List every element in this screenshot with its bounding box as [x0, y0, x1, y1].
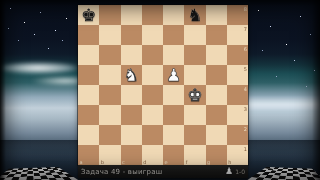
result-label: 1-0 [235, 168, 245, 175]
square-f1[interactable]: f [184, 145, 205, 165]
square-b2[interactable] [99, 125, 120, 145]
square-d6[interactable] [142, 45, 163, 65]
square-h6[interactable]: 6 [227, 45, 248, 65]
square-b6[interactable] [99, 45, 120, 65]
rank-label-7: 7 [244, 26, 247, 32]
square-a2[interactable] [78, 125, 99, 145]
rank-label-1: 1 [244, 146, 247, 152]
square-f2[interactable] [184, 125, 205, 145]
white-pawn-icon: ♟ [225, 167, 233, 176]
board-grid: ♚♞876♞♟5♚432abcdefgh1 [78, 5, 248, 165]
square-c8[interactable] [121, 5, 142, 25]
stars-decoration [0, 0, 1, 1]
rank-label-5: 5 [244, 66, 247, 72]
square-a5[interactable] [78, 65, 99, 85]
square-g6[interactable] [206, 45, 227, 65]
square-f8[interactable]: ♞ [184, 5, 205, 25]
rank-label-4: 4 [244, 86, 247, 92]
square-g3[interactable] [206, 105, 227, 125]
square-a8[interactable]: ♚ [78, 5, 99, 25]
rank-label-8: 8 [244, 6, 247, 12]
piece-white-knight[interactable]: ♞ [124, 65, 139, 85]
square-c5[interactable]: ♞ [121, 65, 142, 85]
square-c1[interactable]: c [121, 145, 142, 165]
square-e1[interactable]: e [163, 145, 184, 165]
square-b8[interactable] [99, 5, 120, 25]
scene: ♚♞876♞♟5♚432abcdefgh1 Задача 49 - выигра… [0, 0, 320, 180]
square-g2[interactable] [206, 125, 227, 145]
piece-white-pawn[interactable]: ♟ [166, 65, 181, 85]
piece-black-knight[interactable]: ♞ [187, 5, 202, 25]
square-d3[interactable] [142, 105, 163, 125]
square-d2[interactable] [142, 125, 163, 145]
square-e8[interactable] [163, 5, 184, 25]
square-c7[interactable] [121, 25, 142, 45]
square-c2[interactable] [121, 125, 142, 145]
square-h4[interactable]: 4 [227, 85, 248, 105]
square-b7[interactable] [99, 25, 120, 45]
caption-bar: Задача 49 - выиграш ♟ 1-0 [78, 165, 248, 178]
puzzle-title: Задача 49 - выиграш [81, 168, 162, 176]
rank-label-2: 2 [244, 126, 247, 132]
square-f3[interactable] [184, 105, 205, 125]
square-e4[interactable] [163, 85, 184, 105]
square-e5[interactable]: ♟ [163, 65, 184, 85]
square-a6[interactable] [78, 45, 99, 65]
square-c6[interactable] [121, 45, 142, 65]
square-g1[interactable]: g [206, 145, 227, 165]
square-f7[interactable] [184, 25, 205, 45]
chess-board: ♚♞876♞♟5♚432abcdefgh1 [78, 5, 248, 165]
piece-white-king[interactable]: ♚ [187, 85, 202, 105]
checkered-floor-left [0, 167, 80, 180]
square-a3[interactable] [78, 105, 99, 125]
square-c4[interactable] [121, 85, 142, 105]
square-e2[interactable] [163, 125, 184, 145]
square-d1[interactable]: d [142, 145, 163, 165]
square-d4[interactable] [142, 85, 163, 105]
square-g5[interactable] [206, 65, 227, 85]
square-b3[interactable] [99, 105, 120, 125]
square-a1[interactable]: a [78, 145, 99, 165]
square-b4[interactable] [99, 85, 120, 105]
square-d5[interactable] [142, 65, 163, 85]
square-h2[interactable]: 2 [227, 125, 248, 145]
square-a7[interactable] [78, 25, 99, 45]
square-h5[interactable]: 5 [227, 65, 248, 85]
square-f6[interactable] [184, 45, 205, 65]
square-d8[interactable] [142, 5, 163, 25]
square-e6[interactable] [163, 45, 184, 65]
square-h3[interactable]: 3 [227, 105, 248, 125]
square-f5[interactable] [184, 65, 205, 85]
sea-foam-right [245, 96, 320, 118]
rank-label-3: 3 [244, 106, 247, 112]
rank-label-6: 6 [244, 46, 247, 52]
square-g8[interactable] [206, 5, 227, 25]
square-e7[interactable] [163, 25, 184, 45]
square-f4[interactable]: ♚ [184, 85, 205, 105]
square-h1[interactable]: h1 [227, 145, 248, 165]
checkered-floor-right [246, 167, 320, 180]
square-b5[interactable] [99, 65, 120, 85]
square-d7[interactable] [142, 25, 163, 45]
square-h8[interactable]: 8 [227, 5, 248, 25]
square-a4[interactable] [78, 85, 99, 105]
square-c3[interactable] [121, 105, 142, 125]
square-h7[interactable]: 7 [227, 25, 248, 45]
square-g7[interactable] [206, 25, 227, 45]
square-b1[interactable]: b [99, 145, 120, 165]
piece-black-king[interactable]: ♚ [81, 5, 96, 25]
square-g4[interactable] [206, 85, 227, 105]
square-e3[interactable] [163, 105, 184, 125]
